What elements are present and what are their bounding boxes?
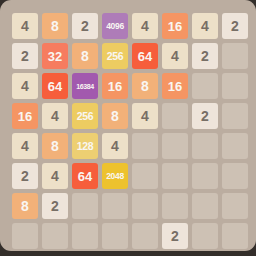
tile-4: 4 [12,73,38,99]
empty-cell [12,223,38,249]
empty-cell [222,193,248,219]
empty-cell [222,73,248,99]
tile-4: 4 [42,103,68,129]
empty-cell [162,193,188,219]
tile-16384: 16384 [72,73,98,99]
empty-cell [222,103,248,129]
tile-4: 4 [12,13,38,39]
tile-4: 4 [132,103,158,129]
tile-8: 8 [102,103,128,129]
empty-cell [222,133,248,159]
empty-cell [192,193,218,219]
tile-2: 2 [12,163,38,189]
tile-2048: 2048 [102,163,128,189]
empty-cell [162,103,188,129]
empty-cell [222,163,248,189]
tile-4: 4 [42,163,68,189]
tile-8: 8 [132,73,158,99]
empty-cell [162,133,188,159]
empty-cell [42,223,68,249]
tile-4: 4 [12,133,38,159]
tile-8: 8 [72,43,98,69]
app-window: 4824096416422328256644246416384168161642… [0,0,256,256]
tile-32: 32 [42,43,68,69]
empty-cell [192,73,218,99]
tile-16: 16 [102,73,128,99]
game-board[interactable]: 4824096416422328256644246416384168161642… [0,0,256,251]
tile-2: 2 [42,193,68,219]
empty-cell [192,133,218,159]
tile-16: 16 [162,73,188,99]
tile-64: 64 [72,163,98,189]
empty-cell [222,223,248,249]
empty-cell [132,163,158,189]
tile-16: 16 [12,103,38,129]
empty-cell [102,193,128,219]
tile-64: 64 [42,73,68,99]
tile-4: 4 [162,43,188,69]
tile-2: 2 [12,43,38,69]
empty-cell [102,223,128,249]
tile-2: 2 [72,13,98,39]
tile-4096: 4096 [102,13,128,39]
tile-4: 4 [132,13,158,39]
tile-64: 64 [132,43,158,69]
empty-cell [132,133,158,159]
tile-4: 4 [102,133,128,159]
empty-cell [192,163,218,189]
tile-2: 2 [222,13,248,39]
tile-8: 8 [12,193,38,219]
tile-2: 2 [162,223,188,249]
tile-4: 4 [192,13,218,39]
empty-cell [72,223,98,249]
empty-cell [162,163,188,189]
tile-256: 256 [72,103,98,129]
empty-cell [72,193,98,219]
empty-cell [132,193,158,219]
empty-cell [192,223,218,249]
tile-128: 128 [72,133,98,159]
empty-cell [132,223,158,249]
tile-16: 16 [162,13,188,39]
tile-2: 2 [192,43,218,69]
empty-cell [222,43,248,69]
tile-8: 8 [42,13,68,39]
tile-2: 2 [192,103,218,129]
tile-grid: 4824096416422328256644246416384168161642… [12,13,248,249]
tile-256: 256 [102,43,128,69]
tile-8: 8 [42,133,68,159]
